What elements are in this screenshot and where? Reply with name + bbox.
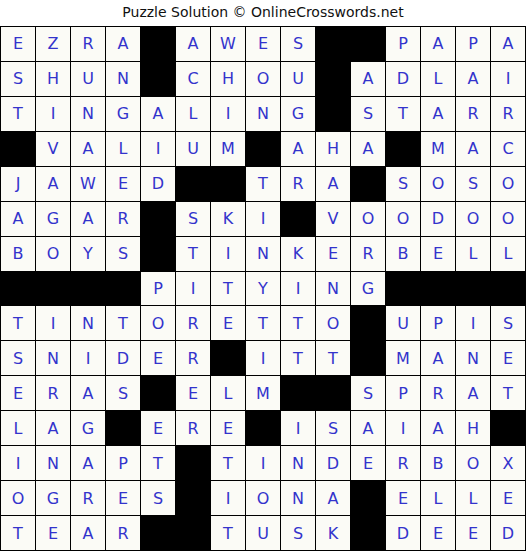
- block-cell: [176, 481, 210, 515]
- letter-cell: R: [71, 481, 105, 515]
- letter-cell: S: [316, 411, 350, 445]
- letter-cell: I: [246, 341, 280, 375]
- block-cell: [351, 167, 385, 201]
- letter-cell: H: [211, 62, 245, 96]
- letter-cell: C: [491, 132, 525, 166]
- letter-cell: A: [421, 411, 455, 445]
- letter-cell: E: [141, 411, 175, 445]
- letter-cell: N: [316, 272, 350, 306]
- block-cell: [281, 202, 315, 236]
- letter-cell: K: [211, 202, 245, 236]
- letter-cell: A: [71, 202, 105, 236]
- letter-cell: M: [246, 376, 280, 410]
- letter-cell: R: [281, 167, 315, 201]
- letter-cell: A: [421, 27, 455, 61]
- crossword-solution-page: Puzzle Solution © OnlineCrosswords.net E…: [0, 0, 526, 551]
- letter-cell: W: [71, 167, 105, 201]
- letter-cell: Y: [71, 237, 105, 271]
- letter-cell: G: [281, 97, 315, 131]
- letter-cell: W: [211, 27, 245, 61]
- letter-cell: N: [246, 97, 280, 131]
- letter-cell: I: [1, 446, 35, 480]
- letter-cell: I: [281, 272, 315, 306]
- letter-cell: T: [1, 516, 35, 550]
- letter-cell: I: [211, 481, 245, 515]
- block-cell: [491, 272, 525, 306]
- letter-cell: U: [246, 516, 280, 550]
- letter-cell: S: [106, 237, 140, 271]
- letter-cell: T: [211, 446, 245, 480]
- letter-cell: I: [141, 132, 175, 166]
- block-cell: [106, 272, 140, 306]
- letter-cell: O: [351, 202, 385, 236]
- letter-cell: P: [386, 376, 420, 410]
- letter-cell: A: [141, 97, 175, 131]
- block-cell: [491, 411, 525, 445]
- letter-cell: A: [281, 132, 315, 166]
- letter-cell: O: [456, 446, 490, 480]
- letter-cell: L: [211, 376, 245, 410]
- letter-cell: O: [246, 62, 280, 96]
- letter-cell: N: [36, 341, 70, 375]
- letter-cell: L: [1, 411, 35, 445]
- letter-cell: S: [1, 341, 35, 375]
- block-cell: [246, 132, 280, 166]
- letter-cell: N: [281, 481, 315, 515]
- letter-cell: T: [211, 516, 245, 550]
- block-cell: [351, 481, 385, 515]
- letter-cell: T: [246, 167, 280, 201]
- block-cell: [316, 62, 350, 96]
- letter-cell: D: [386, 516, 420, 550]
- block-cell: [211, 167, 245, 201]
- letter-cell: D: [106, 341, 140, 375]
- letter-cell: E: [1, 376, 35, 410]
- block-cell: [211, 341, 245, 375]
- block-cell: [176, 446, 210, 480]
- letter-cell: G: [351, 272, 385, 306]
- letter-cell: A: [351, 132, 385, 166]
- letter-cell: E: [456, 516, 490, 550]
- letter-cell: I: [211, 97, 245, 131]
- letter-cell: R: [106, 202, 140, 236]
- letter-cell: T: [1, 306, 35, 340]
- letter-cell: Y: [246, 272, 280, 306]
- letter-cell: O: [491, 167, 525, 201]
- letter-cell: A: [176, 27, 210, 61]
- letter-cell: E: [211, 411, 245, 445]
- letter-cell: U: [386, 306, 420, 340]
- letter-cell: E: [176, 376, 210, 410]
- letter-cell: S: [281, 27, 315, 61]
- letter-cell: E: [491, 481, 525, 515]
- block-cell: [351, 341, 385, 375]
- letter-cell: E: [141, 341, 175, 375]
- letter-cell: Z: [36, 27, 70, 61]
- letter-cell: R: [386, 446, 420, 480]
- letter-cell: N: [106, 62, 140, 96]
- crossword-grid: EZRAAWESPAPASHUNCHOUADLAITINGALINGSTARRV…: [0, 26, 526, 551]
- letter-cell: I: [246, 446, 280, 480]
- letter-cell: I: [491, 62, 525, 96]
- letter-cell: A: [71, 446, 105, 480]
- letter-cell: I: [211, 237, 245, 271]
- block-cell: [141, 376, 175, 410]
- letter-cell: A: [1, 202, 35, 236]
- letter-cell: D: [141, 167, 175, 201]
- letter-cell: E: [351, 446, 385, 480]
- letter-cell: O: [1, 481, 35, 515]
- block-cell: [141, 237, 175, 271]
- letter-cell: O: [386, 202, 420, 236]
- letter-cell: T: [281, 306, 315, 340]
- letter-cell: T: [1, 97, 35, 131]
- letter-cell: O: [456, 202, 490, 236]
- letter-cell: P: [421, 306, 455, 340]
- letter-cell: U: [71, 62, 105, 96]
- letter-cell: T: [316, 341, 350, 375]
- block-cell: [316, 27, 350, 61]
- letter-cell: O: [141, 306, 175, 340]
- block-cell: [316, 97, 350, 131]
- letter-cell: E: [421, 516, 455, 550]
- letter-cell: U: [281, 62, 315, 96]
- block-cell: [176, 167, 210, 201]
- letter-cell: S: [281, 516, 315, 550]
- letter-cell: O: [36, 237, 70, 271]
- letter-cell: A: [316, 167, 350, 201]
- block-cell: [141, 27, 175, 61]
- letter-cell: A: [421, 341, 455, 375]
- letter-cell: B: [421, 446, 455, 480]
- letter-cell: T: [386, 97, 420, 131]
- letter-cell: E: [491, 341, 525, 375]
- letter-cell: T: [491, 376, 525, 410]
- letter-cell: A: [316, 481, 350, 515]
- letter-cell: L: [421, 62, 455, 96]
- letter-cell: N: [281, 446, 315, 480]
- letter-cell: P: [386, 27, 420, 61]
- letter-cell: A: [71, 132, 105, 166]
- letter-cell: P: [106, 446, 140, 480]
- letter-cell: M: [421, 132, 455, 166]
- letter-cell: B: [1, 237, 35, 271]
- letter-cell: A: [106, 27, 140, 61]
- block-cell: [141, 516, 175, 550]
- letter-cell: L: [421, 481, 455, 515]
- letter-cell: E: [1, 27, 35, 61]
- letter-cell: L: [456, 237, 490, 271]
- letter-cell: D: [316, 446, 350, 480]
- letter-cell: T: [106, 306, 140, 340]
- letter-cell: B: [386, 237, 420, 271]
- letter-cell: A: [456, 62, 490, 96]
- letter-cell: N: [36, 446, 70, 480]
- letter-cell: U: [176, 132, 210, 166]
- letter-cell: O: [316, 306, 350, 340]
- letter-cell: A: [351, 411, 385, 445]
- letter-cell: N: [456, 341, 490, 375]
- letter-cell: S: [386, 167, 420, 201]
- block-cell: [141, 202, 175, 236]
- letter-cell: E: [316, 237, 350, 271]
- letter-cell: R: [351, 237, 385, 271]
- letter-cell: G: [36, 481, 70, 515]
- letter-cell: H: [316, 132, 350, 166]
- block-cell: [316, 376, 350, 410]
- letter-cell: A: [456, 132, 490, 166]
- letter-cell: I: [176, 272, 210, 306]
- letter-cell: A: [421, 97, 455, 131]
- letter-cell: L: [491, 237, 525, 271]
- block-cell: [281, 376, 315, 410]
- letter-cell: O: [491, 202, 525, 236]
- letter-cell: A: [491, 27, 525, 61]
- letter-cell: I: [246, 202, 280, 236]
- letter-cell: N: [246, 237, 280, 271]
- block-cell: [1, 132, 35, 166]
- block-cell: [351, 516, 385, 550]
- letter-cell: N: [71, 97, 105, 131]
- letter-cell: N: [71, 306, 105, 340]
- letter-cell: I: [386, 411, 420, 445]
- letter-cell: I: [36, 306, 70, 340]
- letter-cell: R: [176, 411, 210, 445]
- letter-cell: E: [386, 481, 420, 515]
- letter-cell: R: [36, 376, 70, 410]
- letter-cell: S: [141, 481, 175, 515]
- letter-cell: E: [36, 516, 70, 550]
- letter-cell: M: [386, 341, 420, 375]
- letter-cell: J: [1, 167, 35, 201]
- letter-cell: T: [246, 306, 280, 340]
- letter-cell: A: [36, 167, 70, 201]
- letter-cell: T: [211, 272, 245, 306]
- letter-cell: L: [176, 97, 210, 131]
- letter-cell: D: [386, 62, 420, 96]
- letter-cell: R: [176, 341, 210, 375]
- letter-cell: A: [456, 376, 490, 410]
- letter-cell: G: [106, 97, 140, 131]
- letter-cell: A: [351, 62, 385, 96]
- letter-cell: R: [491, 97, 525, 131]
- block-cell: [1, 272, 35, 306]
- letter-cell: G: [36, 202, 70, 236]
- letter-cell: A: [36, 411, 70, 445]
- letter-cell: S: [351, 97, 385, 131]
- letter-cell: A: [71, 516, 105, 550]
- letter-cell: S: [456, 167, 490, 201]
- letter-cell: I: [456, 306, 490, 340]
- letter-cell: M: [211, 132, 245, 166]
- letter-cell: E: [421, 237, 455, 271]
- letter-cell: A: [71, 376, 105, 410]
- letter-cell: S: [1, 62, 35, 96]
- block-cell: [71, 272, 105, 306]
- letter-cell: S: [351, 376, 385, 410]
- letter-cell: I: [281, 411, 315, 445]
- letter-cell: T: [281, 341, 315, 375]
- letter-cell: H: [36, 62, 70, 96]
- letter-cell: L: [456, 481, 490, 515]
- letter-cell: K: [281, 237, 315, 271]
- block-cell: [36, 272, 70, 306]
- letter-cell: I: [36, 97, 70, 131]
- letter-cell: R: [456, 97, 490, 131]
- letter-cell: S: [106, 376, 140, 410]
- letter-cell: E: [246, 27, 280, 61]
- letter-cell: R: [176, 306, 210, 340]
- block-cell: [351, 306, 385, 340]
- letter-cell: E: [106, 481, 140, 515]
- block-cell: [106, 411, 140, 445]
- block-cell: [141, 62, 175, 96]
- block-cell: [386, 272, 420, 306]
- letter-cell: O: [246, 481, 280, 515]
- block-cell: [386, 132, 420, 166]
- letter-cell: T: [176, 237, 210, 271]
- block-cell: [456, 272, 490, 306]
- letter-cell: X: [491, 446, 525, 480]
- letter-cell: C: [176, 62, 210, 96]
- letter-cell: T: [141, 446, 175, 480]
- letter-cell: P: [141, 272, 175, 306]
- letter-cell: I: [71, 341, 105, 375]
- letter-cell: O: [421, 167, 455, 201]
- letter-cell: G: [71, 411, 105, 445]
- letter-cell: R: [106, 516, 140, 550]
- letter-cell: K: [316, 516, 350, 550]
- letter-cell: D: [421, 202, 455, 236]
- letter-cell: V: [316, 202, 350, 236]
- letter-cell: L: [106, 132, 140, 166]
- letter-cell: P: [456, 27, 490, 61]
- block-cell: [176, 516, 210, 550]
- block-cell: [351, 27, 385, 61]
- letter-cell: E: [211, 306, 245, 340]
- letter-cell: R: [421, 376, 455, 410]
- letter-cell: S: [176, 202, 210, 236]
- letter-cell: H: [456, 411, 490, 445]
- letter-cell: D: [491, 516, 525, 550]
- letter-cell: V: [36, 132, 70, 166]
- letter-cell: R: [71, 27, 105, 61]
- letter-cell: S: [491, 306, 525, 340]
- block-cell: [421, 272, 455, 306]
- block-cell: [246, 411, 280, 445]
- letter-cell: E: [106, 167, 140, 201]
- page-title: Puzzle Solution © OnlineCrosswords.net: [0, 0, 526, 26]
